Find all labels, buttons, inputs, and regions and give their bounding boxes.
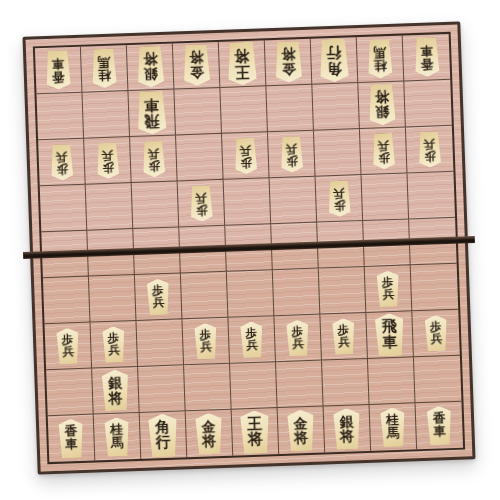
square-r2c7[interactable] [312,83,360,131]
square-r9c1[interactable]: 香車 [48,415,96,463]
square-r6c4[interactable] [181,272,229,320]
square-r6c7[interactable] [319,267,367,315]
piece-kanji: 車 [433,425,446,438]
piece-kanji: 車 [382,334,398,350]
piece-kanji: 将 [340,428,354,443]
piece-kanji: 将 [108,390,122,405]
piece-gote-k[interactable]: 王将 [222,41,262,85]
square-r4c8[interactable] [362,173,410,221]
square-r9c7[interactable]: 銀将 [324,405,372,453]
piece-gote-s[interactable]: 銀将 [131,46,168,88]
square-r3c7[interactable] [314,129,362,177]
piece-sente-n[interactable]: 桂馬 [100,417,134,457]
piece-kanji: 兵 [55,150,67,162]
square-r9c4[interactable]: 金将 [186,410,234,458]
square-r1c3[interactable]: 銀将 [127,44,175,92]
piece-gote-p[interactable]: 歩兵 [230,137,261,174]
piece-gote-p[interactable]: 歩兵 [92,142,123,179]
square-r8c8[interactable] [368,357,416,405]
square-r3c9[interactable]: 歩兵 [406,126,454,174]
piece-kanji: 将 [202,433,216,448]
piece-kanji: 兵 [147,147,159,159]
square-r8c6[interactable] [276,361,324,409]
square-r1c8[interactable]: 桂馬 [357,36,405,84]
square-r4c9[interactable] [407,172,455,220]
square-r1c4[interactable]: 金将 [173,42,221,90]
piece-gote-b[interactable]: 角行 [314,38,354,82]
piece-kanji: 兵 [338,336,350,348]
square-r2c3[interactable]: 飛車 [128,90,176,138]
piece-gote-n[interactable]: 桂馬 [87,48,121,88]
piece-kanji: 兵 [195,191,207,203]
square-r9c9[interactable]: 香車 [416,402,464,450]
square-r1c7[interactable]: 角行 [311,37,359,85]
square-r6c3[interactable]: 歩兵 [135,273,183,321]
piece-kanji: 兵 [108,344,120,356]
square-r9c2[interactable]: 桂馬 [94,413,142,461]
piece-kanji: 香 [420,57,433,70]
square-r8c3[interactable] [138,365,186,413]
piece-sente-p[interactable]: 歩兵 [190,323,221,360]
piece-kanji: 王 [235,63,251,79]
piece-gote-p[interactable]: 歩兵 [46,143,77,180]
square-r1c5[interactable]: 王将 [219,40,267,88]
piece-kanji: 金 [281,62,295,77]
piece-sente-b[interactable]: 角行 [143,413,183,457]
piece-gote-n[interactable]: 桂馬 [363,39,397,79]
square-r4c3[interactable] [132,181,180,229]
square-r9c5[interactable]: 王将 [232,408,280,456]
piece-gote-p[interactable]: 歩兵 [414,131,445,168]
square-r7c7[interactable]: 歩兵 [320,313,368,361]
square-r1c1[interactable]: 香車 [35,47,83,95]
piece-kanji: 車 [65,438,78,451]
square-r2c9[interactable] [404,80,452,128]
square-r6c5[interactable] [227,270,275,318]
square-r1c9[interactable]: 香車 [403,34,451,82]
shogi-board: 香車桂馬銀将金将王将金将角行桂馬香車飛車銀将歩兵歩兵歩兵歩兵歩兵歩兵歩兵歩兵歩兵… [22,21,475,474]
piece-kanji: 兵 [377,139,389,151]
piece-sente-p[interactable]: 歩兵 [52,327,83,364]
piece-sente-n[interactable]: 桂馬 [376,407,410,447]
square-r7c5[interactable]: 歩兵 [228,316,276,364]
piece-kanji: 兵 [200,341,212,353]
piece-kanji: 兵 [239,144,251,156]
board-frame: 香車桂馬銀将金将王将金将角行桂馬香車飛車銀将歩兵歩兵歩兵歩兵歩兵歩兵歩兵歩兵歩兵… [22,21,475,474]
piece-kanji: 馬 [373,46,386,59]
square-r6c2[interactable] [89,275,137,323]
piece-kanji: 兵 [152,296,164,308]
piece-kanji: 将 [143,52,157,67]
square-r4c5[interactable] [224,178,272,226]
piece-kanji: 車 [420,44,433,57]
piece-kanji: 兵 [382,288,394,300]
square-r8c5[interactable] [230,362,278,410]
piece-sente-r[interactable]: 飛車 [369,312,409,356]
piece-kanji: 将 [281,48,295,63]
square-r4c1[interactable] [40,185,88,233]
piece-kanji: 金 [189,65,203,80]
square-r4c2[interactable] [86,183,134,231]
piece-gote-p[interactable]: 歩兵 [368,132,399,169]
piece-kanji: 馬 [97,55,110,68]
piece-kanji: 将 [234,48,250,64]
piece-kanji: 銀 [375,105,389,120]
piece-sente-s[interactable]: 銀将 [97,369,134,411]
piece-sente-p[interactable]: 歩兵 [98,326,129,363]
square-r8c1[interactable] [46,369,94,417]
piece-sente-k[interactable]: 王将 [235,410,275,454]
piece-sente-p[interactable]: 歩兵 [236,321,267,358]
piece-kanji: 銀 [108,376,122,391]
piece-kanji: 香 [52,70,65,83]
square-r7c8[interactable]: 飛車 [366,311,414,359]
piece-kanji: 行 [155,435,171,451]
square-r2c2[interactable] [82,91,130,139]
piece-sente-p[interactable]: 歩兵 [282,319,313,356]
square-r8c9[interactable] [414,356,462,404]
piece-gote-s[interactable]: 銀将 [363,84,400,126]
square-r4c4[interactable]: 歩兵 [178,180,226,228]
square-r7c2[interactable]: 歩兵 [91,321,139,369]
square-r3c3[interactable]: 歩兵 [130,135,178,183]
piece-kanji: 将 [374,90,388,105]
piece-kanji: 兵 [285,142,297,154]
square-r9c3[interactable]: 角行 [140,411,188,459]
square-r6c6[interactable] [273,269,321,317]
piece-kanji: 兵 [246,339,258,351]
piece-kanji: 馬 [111,437,124,450]
piece-sente-p[interactable]: 歩兵 [420,315,451,352]
square-r7c4[interactable]: 歩兵 [182,318,230,366]
piece-kanji: 兵 [62,346,74,358]
square-r3c2[interactable]: 歩兵 [84,137,132,185]
square-r3c4[interactable] [176,134,224,182]
square-r8c2[interactable]: 銀将 [92,367,140,415]
piece-kanji: 兵 [333,186,345,198]
square-r7c9[interactable]: 歩兵 [412,310,460,358]
square-r3c1[interactable]: 歩兵 [38,139,86,187]
piece-kanji: 桂 [98,68,111,81]
piece-kanji: 兵 [430,333,442,345]
piece-kanji: 銀 [143,67,157,82]
piece-sente-l[interactable]: 香車 [422,405,456,445]
piece-kanji: 兵 [292,338,304,350]
square-r6c8[interactable]: 歩兵 [365,265,413,313]
square-r6c1[interactable] [43,277,91,325]
piece-gote-g[interactable]: 金将 [269,41,306,83]
piece-kanji: 行 [326,45,342,61]
square-r4c6[interactable] [270,177,318,225]
piece-sente-s[interactable]: 銀将 [328,408,365,450]
square-r9c8[interactable]: 桂馬 [370,403,418,451]
square-r7c3[interactable] [136,319,184,367]
piece-kanji: 馬 [387,427,400,440]
piece-kanji: 桂 [374,59,387,72]
square-r1c6[interactable]: 金将 [265,39,313,87]
piece-sente-p[interactable]: 歩兵 [143,278,174,315]
square-r2c6[interactable] [266,85,314,133]
board-wood-surface: 香車桂馬銀将金将王将金将角行桂馬香車飛車銀将歩兵歩兵歩兵歩兵歩兵歩兵歩兵歩兵歩兵… [26,25,473,472]
piece-gote-l[interactable]: 香車 [41,50,75,90]
square-r9c6[interactable]: 金将 [278,406,326,454]
piece-kanji: 兵 [101,148,113,160]
piece-kanji: 兵 [424,137,436,149]
piece-gote-p[interactable]: 歩兵 [185,185,216,222]
square-r3c8[interactable]: 歩兵 [360,127,408,175]
piece-gote-p[interactable]: 歩兵 [276,135,307,172]
piece-sente-g[interactable]: 金将 [282,409,319,451]
square-r7c6[interactable]: 歩兵 [274,315,322,363]
square-r6c9[interactable] [411,264,459,312]
square-r8c4[interactable] [184,364,232,412]
piece-kanji: 車 [51,57,64,70]
square-r4c7[interactable]: 歩兵 [316,175,364,223]
piece-kanji: 飛 [144,113,160,129]
square-r2c4[interactable] [174,88,222,136]
piece-gote-p[interactable]: 歩兵 [323,180,354,217]
square-r2c8[interactable]: 銀将 [358,81,406,129]
piece-sente-p[interactable]: 歩兵 [328,318,359,355]
piece-sente-p[interactable]: 歩兵 [372,270,403,307]
piece-gote-l[interactable]: 香車 [409,37,443,77]
square-r1c2[interactable]: 桂馬 [81,45,129,93]
piece-kanji: 将 [247,432,263,448]
piece-kanji: 車 [144,97,160,113]
square-r8c7[interactable] [322,359,370,407]
square-r2c5[interactable] [220,86,268,134]
piece-sente-g[interactable]: 金将 [190,412,227,454]
piece-kanji: 角 [327,60,343,76]
square-r3c6[interactable]: 歩兵 [268,131,316,179]
piece-gote-g[interactable]: 金将 [177,44,214,86]
square-r7c1[interactable]: 歩兵 [45,323,93,371]
piece-sente-l[interactable]: 香車 [54,418,88,458]
square-r3c5[interactable]: 歩兵 [222,132,270,180]
piece-kanji: 将 [189,51,203,66]
square-r2c1[interactable] [37,93,85,141]
piece-gote-r[interactable]: 飛車 [131,91,171,135]
piece-gote-p[interactable]: 歩兵 [138,140,169,177]
piece-kanji: 将 [294,430,308,445]
